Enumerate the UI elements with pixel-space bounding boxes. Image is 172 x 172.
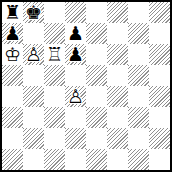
square-d2[interactable] (65, 128, 86, 149)
square-c2[interactable] (44, 128, 65, 149)
square-h1[interactable] (149, 149, 170, 170)
square-a2[interactable] (2, 128, 23, 149)
square-f7[interactable] (107, 23, 128, 44)
square-e6[interactable] (86, 44, 107, 65)
piece-black-king[interactable]: ♚♚ (23, 2, 44, 23)
square-e7[interactable] (86, 23, 107, 44)
piece-white-pawn[interactable]: ♟♙ (65, 86, 86, 107)
square-b4[interactable] (23, 86, 44, 107)
square-f8[interactable] (107, 2, 128, 23)
square-h2[interactable] (149, 128, 170, 149)
square-b6[interactable]: ♟♙ (23, 44, 44, 65)
black-king-glyph: ♚ (23, 2, 44, 23)
square-a5[interactable] (2, 65, 23, 86)
square-d6[interactable]: ♟♟ (65, 44, 86, 65)
piece-white-king[interactable]: ♚♔ (2, 44, 23, 65)
square-g1[interactable] (128, 149, 149, 170)
square-e4[interactable] (86, 86, 107, 107)
square-c7[interactable] (44, 23, 65, 44)
square-e5[interactable] (86, 65, 107, 86)
square-g4[interactable] (128, 86, 149, 107)
piece-white-rook[interactable]: ♜♖ (44, 44, 65, 65)
square-g3[interactable] (128, 107, 149, 128)
square-d7[interactable]: ♟♟ (65, 23, 86, 44)
square-d1[interactable] (65, 149, 86, 170)
square-e1[interactable] (86, 149, 107, 170)
square-a4[interactable] (2, 86, 23, 107)
square-h5[interactable] (149, 65, 170, 86)
square-e2[interactable] (86, 128, 107, 149)
square-e8[interactable] (86, 2, 107, 23)
square-g8[interactable] (128, 2, 149, 23)
square-f2[interactable] (107, 128, 128, 149)
white-rook-glyph: ♖ (44, 44, 65, 65)
square-h8[interactable] (149, 2, 170, 23)
square-f5[interactable] (107, 65, 128, 86)
square-f3[interactable] (107, 107, 128, 128)
square-g6[interactable] (128, 44, 149, 65)
square-h4[interactable] (149, 86, 170, 107)
piece-black-pawn[interactable]: ♟♟ (65, 44, 86, 65)
square-d4[interactable]: ♟♙ (65, 86, 86, 107)
square-h7[interactable] (149, 23, 170, 44)
square-c1[interactable] (44, 149, 65, 170)
black-pawn-glyph: ♟ (65, 23, 86, 44)
square-b7[interactable] (23, 23, 44, 44)
square-g7[interactable] (128, 23, 149, 44)
chess-board: ♜♜♚♚♟♟♟♟♚♔♟♙♜♖♟♟♟♙ (0, 0, 172, 172)
square-b1[interactable] (23, 149, 44, 170)
white-pawn-glyph: ♙ (23, 44, 44, 65)
square-g2[interactable] (128, 128, 149, 149)
square-a7[interactable]: ♟♟ (2, 23, 23, 44)
black-pawn-glyph: ♟ (65, 44, 86, 65)
white-pawn-glyph: ♙ (65, 86, 86, 107)
piece-black-rook[interactable]: ♜♜ (2, 2, 23, 23)
square-g5[interactable] (128, 65, 149, 86)
square-f6[interactable] (107, 44, 128, 65)
black-pawn-glyph: ♟ (2, 23, 23, 44)
square-c6[interactable]: ♜♖ (44, 44, 65, 65)
square-e3[interactable] (86, 107, 107, 128)
piece-black-pawn[interactable]: ♟♟ (65, 23, 86, 44)
square-c4[interactable] (44, 86, 65, 107)
black-rook-glyph: ♜ (2, 2, 23, 23)
square-c5[interactable] (44, 65, 65, 86)
square-b2[interactable] (23, 128, 44, 149)
square-d3[interactable] (65, 107, 86, 128)
square-a8[interactable]: ♜♜ (2, 2, 23, 23)
square-b8[interactable]: ♚♚ (23, 2, 44, 23)
square-d8[interactable] (65, 2, 86, 23)
square-c3[interactable] (44, 107, 65, 128)
piece-white-pawn[interactable]: ♟♙ (23, 44, 44, 65)
square-b5[interactable] (23, 65, 44, 86)
square-a1[interactable] (2, 149, 23, 170)
white-king-glyph: ♔ (2, 44, 23, 65)
square-a6[interactable]: ♚♔ (2, 44, 23, 65)
piece-black-pawn[interactable]: ♟♟ (2, 23, 23, 44)
square-c8[interactable] (44, 2, 65, 23)
square-h6[interactable] (149, 44, 170, 65)
square-d5[interactable] (65, 65, 86, 86)
square-f4[interactable] (107, 86, 128, 107)
square-h3[interactable] (149, 107, 170, 128)
square-f1[interactable] (107, 149, 128, 170)
square-a3[interactable] (2, 107, 23, 128)
square-b3[interactable] (23, 107, 44, 128)
